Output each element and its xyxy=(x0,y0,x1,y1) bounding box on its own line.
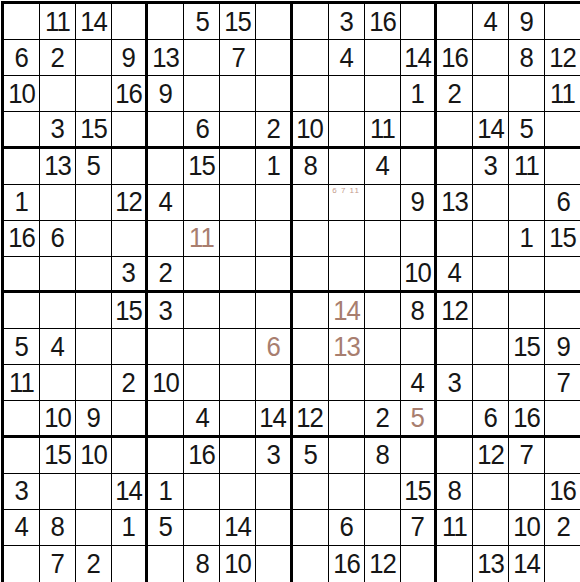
cell-r9c2[interactable] xyxy=(40,293,76,329)
cell-r14c9[interactable] xyxy=(293,474,329,510)
given-digit: 16 xyxy=(333,550,360,578)
cell-r5c11[interactable]: 4 xyxy=(365,149,401,185)
cell-r15c11[interactable] xyxy=(365,510,401,546)
entered-digit: 5 xyxy=(411,404,424,432)
given-digit: 4 xyxy=(448,259,461,287)
cell-r1c2[interactable]: 11 xyxy=(40,4,76,40)
cell-r5c15[interactable]: 11 xyxy=(509,149,545,185)
cell-r6c16[interactable]: 6 xyxy=(545,185,580,221)
cell-r2c1[interactable]: 6 xyxy=(4,40,40,76)
cell-r7c12[interactable] xyxy=(401,221,437,257)
cell-r5c4[interactable] xyxy=(112,149,148,185)
cell-r7c7[interactable] xyxy=(220,221,256,257)
cell-r10c11[interactable] xyxy=(365,329,401,365)
cell-r9c11[interactable] xyxy=(365,293,401,329)
cell-r2c9[interactable] xyxy=(293,40,329,76)
cell-r5c13[interactable] xyxy=(437,149,473,185)
cell-r12c6[interactable]: 4 xyxy=(184,401,220,437)
cell-r7c13[interactable] xyxy=(437,221,473,257)
cell-r6c12[interactable]: 9 xyxy=(401,185,437,221)
cell-r4c7[interactable] xyxy=(220,112,256,148)
cell-r4c3[interactable]: 15 xyxy=(76,112,112,148)
cell-r4c8[interactable]: 2 xyxy=(256,112,292,148)
cell-r8c15[interactable] xyxy=(509,257,545,293)
cell-r16c5[interactable] xyxy=(148,546,184,582)
cell-r9c4[interactable]: 15 xyxy=(112,293,148,329)
cell-r14c15[interactable] xyxy=(509,474,545,510)
cell-r12c7[interactable] xyxy=(220,401,256,437)
cell-r16c16[interactable] xyxy=(545,546,580,582)
cell-r10c1[interactable]: 5 xyxy=(4,329,40,365)
cell-r15c7[interactable]: 14 xyxy=(220,510,256,546)
cell-r8c8[interactable] xyxy=(256,257,292,293)
cell-r8c1[interactable] xyxy=(4,257,40,293)
cell-r5c10[interactable] xyxy=(329,149,365,185)
cell-r7c15[interactable]: 1 xyxy=(509,221,545,257)
given-digit: 8 xyxy=(195,550,208,578)
cell-r16c8[interactable] xyxy=(256,546,292,582)
cell-r12c12[interactable]: 5 xyxy=(401,401,437,437)
cell-r1c12[interactable] xyxy=(401,4,437,40)
cell-r11c12[interactable]: 4 xyxy=(401,365,437,401)
given-digit: 13 xyxy=(44,152,71,180)
cell-r2c4[interactable]: 9 xyxy=(112,40,148,76)
cell-r6c4[interactable]: 12 xyxy=(112,185,148,221)
cell-r1c3[interactable]: 14 xyxy=(76,4,112,40)
given-digit: 1 xyxy=(266,152,279,180)
cell-r5c1[interactable] xyxy=(4,149,40,185)
cell-r1c1[interactable] xyxy=(4,4,40,40)
cell-r16c13[interactable] xyxy=(437,546,473,582)
cell-r9c3[interactable] xyxy=(76,293,112,329)
cell-r6c5[interactable]: 4 xyxy=(148,185,184,221)
cell-r3c11[interactable] xyxy=(365,76,401,112)
cell-r2c16[interactable]: 12 xyxy=(545,40,580,76)
cell-r4c10[interactable] xyxy=(329,112,365,148)
given-digit: 12 xyxy=(441,297,468,325)
cell-r11c3[interactable] xyxy=(76,365,112,401)
cell-r16c1[interactable] xyxy=(4,546,40,582)
cell-r11c8[interactable] xyxy=(256,365,292,401)
cell-r5c5[interactable] xyxy=(148,149,184,185)
cell-r12c2[interactable]: 10 xyxy=(40,401,76,437)
cell-r7c10[interactable] xyxy=(329,221,365,257)
given-digit: 10 xyxy=(224,550,251,578)
cell-r14c7[interactable] xyxy=(220,474,256,510)
cell-r3c14[interactable] xyxy=(473,76,509,112)
cell-r14c10[interactable] xyxy=(329,474,365,510)
cell-r10c13[interactable] xyxy=(437,329,473,365)
cell-r11c6[interactable] xyxy=(184,365,220,401)
cell-r8c14[interactable] xyxy=(473,257,509,293)
given-digit: 5 xyxy=(87,152,100,180)
cell-r1c13[interactable] xyxy=(437,4,473,40)
cell-r12c10[interactable] xyxy=(329,401,365,437)
cell-r11c9[interactable] xyxy=(293,365,329,401)
cell-r9c16[interactable] xyxy=(545,293,580,329)
cell-r13c16[interactable] xyxy=(545,438,580,474)
cell-r7c5[interactable] xyxy=(148,221,184,257)
cell-r15c12[interactable]: 7 xyxy=(401,510,437,546)
cell-r3c4[interactable]: 16 xyxy=(112,76,148,112)
cell-r7c9[interactable] xyxy=(293,221,329,257)
cell-r1c10[interactable]: 3 xyxy=(329,4,365,40)
cell-r13c6[interactable]: 16 xyxy=(184,438,220,474)
cell-r14c16[interactable]: 16 xyxy=(545,474,580,510)
cell-r12c8[interactable]: 14 xyxy=(256,401,292,437)
cell-r9c1[interactable] xyxy=(4,293,40,329)
cell-r2c13[interactable]: 16 xyxy=(437,40,473,76)
cell-r13c13[interactable] xyxy=(437,438,473,474)
cell-r6c7[interactable] xyxy=(220,185,256,221)
cell-r15c5[interactable]: 5 xyxy=(148,510,184,546)
cell-r15c9[interactable] xyxy=(293,510,329,546)
cell-r3c9[interactable] xyxy=(293,76,329,112)
cell-r7c2[interactable]: 6 xyxy=(40,221,76,257)
cell-r4c16[interactable] xyxy=(545,112,580,148)
given-digit: 10 xyxy=(8,80,35,108)
cell-r12c5[interactable] xyxy=(148,401,184,437)
cell-r12c4[interactable] xyxy=(112,401,148,437)
cell-r16c3[interactable]: 2 xyxy=(76,546,112,582)
cell-r8c13[interactable]: 4 xyxy=(437,257,473,293)
cell-r15c6[interactable] xyxy=(184,510,220,546)
cell-r3c13[interactable]: 2 xyxy=(437,76,473,112)
cell-r9c10[interactable]: 14 xyxy=(329,293,365,329)
cell-r3c6[interactable] xyxy=(184,76,220,112)
cell-r1c14[interactable]: 4 xyxy=(473,4,509,40)
cell-r9c15[interactable] xyxy=(509,293,545,329)
cell-r10c7[interactable] xyxy=(220,329,256,365)
cell-r12c16[interactable] xyxy=(545,401,580,437)
cell-r2c7[interactable]: 7 xyxy=(220,40,256,76)
given-digit: 15 xyxy=(188,152,215,180)
cell-r2c11[interactable] xyxy=(365,40,401,76)
cell-r7c14[interactable] xyxy=(473,221,509,257)
cell-r4c2[interactable]: 3 xyxy=(40,112,76,148)
cell-r13c4[interactable] xyxy=(112,438,148,474)
cell-r5c12[interactable] xyxy=(401,149,437,185)
cell-r15c2[interactable]: 8 xyxy=(40,510,76,546)
cell-r3c1[interactable]: 10 xyxy=(4,76,40,112)
cell-r11c2[interactable] xyxy=(40,365,76,401)
cell-r1c7[interactable]: 15 xyxy=(220,4,256,40)
cell-r12c11[interactable]: 2 xyxy=(365,401,401,437)
given-digit: 11 xyxy=(45,8,70,36)
cell-r5c2[interactable]: 13 xyxy=(40,149,76,185)
cell-r6c10[interactable]: 6 7 11 xyxy=(329,185,365,221)
cell-r4c5[interactable] xyxy=(148,112,184,148)
cell-r6c8[interactable] xyxy=(256,185,292,221)
cell-r6c15[interactable] xyxy=(509,185,545,221)
cell-r11c10[interactable] xyxy=(329,365,365,401)
cell-r13c5[interactable] xyxy=(148,438,184,474)
cell-r14c8[interactable] xyxy=(256,474,292,510)
cell-r15c1[interactable]: 4 xyxy=(4,510,40,546)
cell-r14c3[interactable] xyxy=(76,474,112,510)
cell-r8c7[interactable] xyxy=(220,257,256,293)
cell-r16c10[interactable]: 16 xyxy=(329,546,365,582)
cell-r6c11[interactable] xyxy=(365,185,401,221)
cell-r9c12[interactable]: 8 xyxy=(401,293,437,329)
cell-r8c10[interactable] xyxy=(329,257,365,293)
cell-r3c5[interactable]: 9 xyxy=(148,76,184,112)
cell-r10c6[interactable] xyxy=(184,329,220,365)
cell-r9c8[interactable] xyxy=(256,293,292,329)
cell-r10c5[interactable] xyxy=(148,329,184,365)
cell-r14c13[interactable]: 8 xyxy=(437,474,473,510)
cell-r10c8[interactable]: 6 xyxy=(256,329,292,365)
cell-r7c6[interactable]: 11 xyxy=(184,221,220,257)
cell-r1c8[interactable] xyxy=(256,4,292,40)
cell-r11c14[interactable] xyxy=(473,365,509,401)
cell-r10c12[interactable] xyxy=(401,329,437,365)
cell-r10c9[interactable] xyxy=(293,329,329,365)
cell-r5c16[interactable] xyxy=(545,149,580,185)
cell-r15c14[interactable] xyxy=(473,510,509,546)
given-digit: 3 xyxy=(266,441,279,469)
cell-r8c16[interactable] xyxy=(545,257,580,293)
cell-r10c3[interactable] xyxy=(76,329,112,365)
cell-r2c14[interactable] xyxy=(473,40,509,76)
cell-r3c8[interactable] xyxy=(256,76,292,112)
cell-r11c5[interactable]: 10 xyxy=(148,365,184,401)
cell-r15c3[interactable] xyxy=(76,510,112,546)
cell-r11c13[interactable]: 3 xyxy=(437,365,473,401)
cell-r4c1[interactable] xyxy=(4,112,40,148)
cell-r7c8[interactable] xyxy=(256,221,292,257)
cell-r9c14[interactable] xyxy=(473,293,509,329)
cell-r16c11[interactable]: 12 xyxy=(365,546,401,582)
cell-r2c6[interactable] xyxy=(184,40,220,76)
given-digit: 16 xyxy=(550,477,577,505)
cell-r16c12[interactable] xyxy=(401,546,437,582)
cell-r12c15[interactable]: 16 xyxy=(509,401,545,437)
cell-r5c8[interactable]: 1 xyxy=(256,149,292,185)
cell-r9c7[interactable] xyxy=(220,293,256,329)
cell-r3c16[interactable]: 11 xyxy=(545,76,580,112)
given-digit: 4 xyxy=(339,44,352,72)
cell-r4c12[interactable] xyxy=(401,112,437,148)
cell-r2c10[interactable]: 4 xyxy=(329,40,365,76)
given-digit: 4 xyxy=(484,8,497,36)
cell-r15c15[interactable]: 10 xyxy=(509,510,545,546)
given-digit: 8 xyxy=(520,44,533,72)
cell-r16c15[interactable]: 14 xyxy=(509,546,545,582)
cell-r2c2[interactable]: 2 xyxy=(40,40,76,76)
cell-r3c10[interactable] xyxy=(329,76,365,112)
cell-r13c9[interactable]: 5 xyxy=(293,438,329,474)
cell-r7c3[interactable] xyxy=(76,221,112,257)
cell-r14c11[interactable] xyxy=(365,474,401,510)
cell-r15c13[interactable]: 11 xyxy=(437,510,473,546)
cell-r11c11[interactable] xyxy=(365,365,401,401)
given-digit: 15 xyxy=(550,224,577,252)
cell-r14c14[interactable] xyxy=(473,474,509,510)
cell-r11c1[interactable]: 11 xyxy=(4,365,40,401)
cell-r8c6[interactable] xyxy=(184,257,220,293)
cell-r9c6[interactable] xyxy=(184,293,220,329)
cell-r16c2[interactable]: 7 xyxy=(40,546,76,582)
cell-r4c4[interactable] xyxy=(112,112,148,148)
given-digit: 2 xyxy=(556,513,569,541)
cell-r8c9[interactable] xyxy=(293,257,329,293)
given-digit: 3 xyxy=(159,297,172,325)
given-digit: 2 xyxy=(266,115,279,143)
cell-r2c8[interactable] xyxy=(256,40,292,76)
given-digit: 6 xyxy=(556,188,569,216)
cell-r12c13[interactable] xyxy=(437,401,473,437)
cell-r1c6[interactable]: 5 xyxy=(184,4,220,40)
cell-r5c9[interactable]: 8 xyxy=(293,149,329,185)
given-digit: 3 xyxy=(15,477,28,505)
entered-digit: 14 xyxy=(333,297,360,325)
cell-r14c1[interactable]: 3 xyxy=(4,474,40,510)
sudoku-board: 1114515316496291374141681210169121131562… xyxy=(1,1,580,582)
cell-r4c13[interactable] xyxy=(437,112,473,148)
cell-r13c12[interactable] xyxy=(401,438,437,474)
cell-r12c14[interactable]: 6 xyxy=(473,401,509,437)
cell-r1c5[interactable] xyxy=(148,4,184,40)
given-digit: 6 xyxy=(51,224,64,252)
cell-r7c16[interactable]: 15 xyxy=(545,221,580,257)
cell-r16c6[interactable]: 8 xyxy=(184,546,220,582)
given-digit: 4 xyxy=(15,513,28,541)
cell-r13c15[interactable]: 7 xyxy=(509,438,545,474)
given-digit: 15 xyxy=(115,297,142,325)
given-digit: 5 xyxy=(159,513,172,541)
given-digit: 1 xyxy=(520,224,533,252)
cell-r8c5[interactable]: 2 xyxy=(148,257,184,293)
entered-digit: 13 xyxy=(333,333,360,361)
cell-r12c3[interactable]: 9 xyxy=(76,401,112,437)
given-digit: 11 xyxy=(514,152,539,180)
cell-r14c4[interactable]: 14 xyxy=(112,474,148,510)
cell-r1c11[interactable]: 16 xyxy=(365,4,401,40)
cell-r13c1[interactable] xyxy=(4,438,40,474)
cell-r10c4[interactable] xyxy=(112,329,148,365)
cell-r5c7[interactable] xyxy=(220,149,256,185)
cell-r10c2[interactable]: 4 xyxy=(40,329,76,365)
cell-r3c2[interactable] xyxy=(40,76,76,112)
cell-r10c10[interactable]: 13 xyxy=(329,329,365,365)
cell-r11c15[interactable] xyxy=(509,365,545,401)
cell-r6c13[interactable]: 13 xyxy=(437,185,473,221)
given-digit: 12 xyxy=(550,44,577,72)
cell-r13c7[interactable] xyxy=(220,438,256,474)
cell-r14c6[interactable] xyxy=(184,474,220,510)
cell-r8c12[interactable]: 10 xyxy=(401,257,437,293)
cell-r2c3[interactable] xyxy=(76,40,112,76)
cell-r14c2[interactable] xyxy=(40,474,76,510)
cell-r6c14[interactable] xyxy=(473,185,509,221)
cell-r6c3[interactable] xyxy=(76,185,112,221)
cell-r13c8[interactable]: 3 xyxy=(256,438,292,474)
cell-r10c15[interactable]: 15 xyxy=(509,329,545,365)
cell-r6c2[interactable] xyxy=(40,185,76,221)
cell-r5c3[interactable]: 5 xyxy=(76,149,112,185)
given-digit: 9 xyxy=(159,80,172,108)
cell-r13c11[interactable]: 8 xyxy=(365,438,401,474)
cell-r10c16[interactable]: 9 xyxy=(545,329,580,365)
cell-r14c5[interactable]: 1 xyxy=(148,474,184,510)
cell-r8c11[interactable] xyxy=(365,257,401,293)
cell-r13c10[interactable] xyxy=(329,438,365,474)
cell-r2c12[interactable]: 14 xyxy=(401,40,437,76)
cell-r6c6[interactable] xyxy=(184,185,220,221)
cell-r4c15[interactable]: 5 xyxy=(509,112,545,148)
cell-r6c9[interactable] xyxy=(293,185,329,221)
cell-r4c6[interactable]: 6 xyxy=(184,112,220,148)
cell-r13c3[interactable]: 10 xyxy=(76,438,112,474)
given-digit: 1 xyxy=(411,80,424,108)
cell-r15c10[interactable]: 6 xyxy=(329,510,365,546)
given-digit: 3 xyxy=(448,369,461,397)
cell-r12c1[interactable] xyxy=(4,401,40,437)
cell-r5c6[interactable]: 15 xyxy=(184,149,220,185)
cell-r8c2[interactable] xyxy=(40,257,76,293)
cell-r8c3[interactable] xyxy=(76,257,112,293)
given-digit: 12 xyxy=(297,404,324,432)
cell-r16c14[interactable]: 13 xyxy=(473,546,509,582)
given-digit: 13 xyxy=(477,550,504,578)
cell-r12c9[interactable]: 12 xyxy=(293,401,329,437)
cell-r4c9[interactable]: 10 xyxy=(293,112,329,148)
cell-r16c4[interactable] xyxy=(112,546,148,582)
cell-r11c7[interactable] xyxy=(220,365,256,401)
cell-r11c4[interactable]: 2 xyxy=(112,365,148,401)
cell-r7c4[interactable] xyxy=(112,221,148,257)
cell-r10c14[interactable] xyxy=(473,329,509,365)
cell-r1c15[interactable]: 9 xyxy=(509,4,545,40)
cell-r3c7[interactable] xyxy=(220,76,256,112)
cell-r4c11[interactable]: 11 xyxy=(365,112,401,148)
given-digit: 2 xyxy=(51,44,64,72)
cell-r9c13[interactable]: 12 xyxy=(437,293,473,329)
cell-r13c14[interactable]: 12 xyxy=(473,438,509,474)
given-digit: 16 xyxy=(369,8,396,36)
cell-r16c7[interactable]: 10 xyxy=(220,546,256,582)
cell-r2c15[interactable]: 8 xyxy=(509,40,545,76)
cell-r3c3[interactable] xyxy=(76,76,112,112)
given-digit: 5 xyxy=(520,115,533,143)
cell-r7c1[interactable]: 16 xyxy=(4,221,40,257)
cell-r7c11[interactable] xyxy=(365,221,401,257)
cell-r6c1[interactable]: 1 xyxy=(4,185,40,221)
cell-r11c16[interactable]: 7 xyxy=(545,365,580,401)
given-digit: 14 xyxy=(260,404,287,432)
cell-r9c9[interactable] xyxy=(293,293,329,329)
cell-r14c12[interactable]: 15 xyxy=(401,474,437,510)
cell-r1c9[interactable] xyxy=(293,4,329,40)
cell-r1c16[interactable] xyxy=(545,4,580,40)
cell-r15c4[interactable]: 1 xyxy=(112,510,148,546)
cell-r9c5[interactable]: 3 xyxy=(148,293,184,329)
cell-r15c8[interactable] xyxy=(256,510,292,546)
cell-r3c15[interactable] xyxy=(509,76,545,112)
cell-r3c12[interactable]: 1 xyxy=(401,76,437,112)
cell-r5c14[interactable]: 3 xyxy=(473,149,509,185)
cell-r13c2[interactable]: 15 xyxy=(40,438,76,474)
given-digit: 6 xyxy=(195,115,208,143)
cell-r15c16[interactable]: 2 xyxy=(545,510,580,546)
cell-r2c5[interactable]: 13 xyxy=(148,40,184,76)
cell-r4c14[interactable]: 14 xyxy=(473,112,509,148)
cell-r1c4[interactable] xyxy=(112,4,148,40)
given-digit: 7 xyxy=(520,441,533,469)
cell-r8c4[interactable]: 3 xyxy=(112,257,148,293)
cell-r16c9[interactable] xyxy=(293,546,329,582)
